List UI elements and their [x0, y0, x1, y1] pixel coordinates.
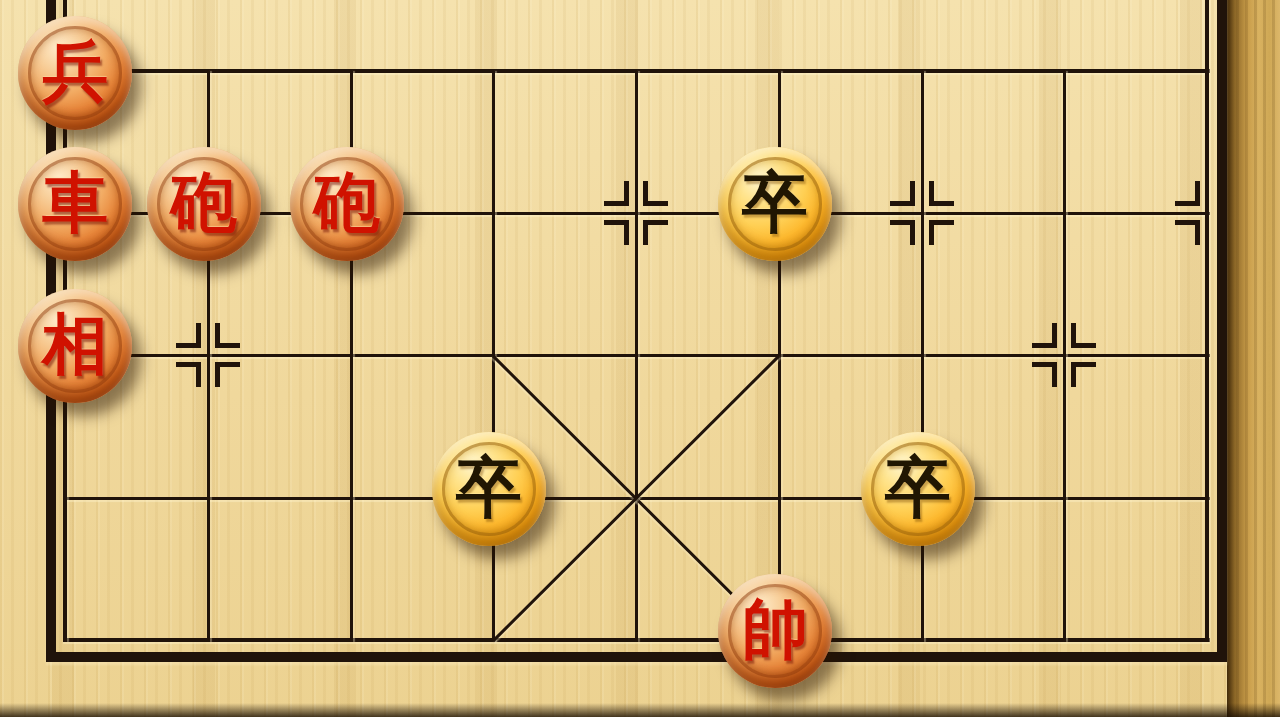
star-point-marker: [1032, 362, 1057, 367]
star-point-marker: [215, 362, 240, 367]
piece-glyph: 卒: [456, 455, 522, 521]
piece-glyph: 車: [42, 170, 108, 236]
star-point-marker: [604, 201, 629, 206]
star-point-marker: [176, 362, 201, 367]
star-point-marker: [643, 220, 668, 225]
star-point-marker: [1071, 362, 1096, 367]
piece-black-soldier-b[interactable]: 卒: [432, 432, 546, 546]
star-point-marker: [604, 220, 629, 225]
piece-black-soldier-c[interactable]: 卒: [861, 432, 975, 546]
xiangqi-board[interactable]: 兵車砲砲卒相卒卒帥: [0, 0, 1280, 717]
piece-red-elephant[interactable]: 相: [18, 289, 132, 403]
grid-line: [1063, 71, 1066, 642]
piece-glyph: 兵: [42, 39, 108, 105]
board-right-edge: [1227, 0, 1280, 717]
star-point-marker: [890, 220, 915, 225]
star-point-marker: [1032, 343, 1057, 348]
star-point-marker: [929, 220, 954, 225]
star-point-marker: [1175, 220, 1200, 225]
star-point-marker: [1071, 343, 1096, 348]
piece-red-chariot[interactable]: 車: [18, 147, 132, 261]
grid-line: [1205, 0, 1209, 642]
piece-glyph: 砲: [171, 170, 237, 236]
piece-glyph: 砲: [314, 170, 380, 236]
piece-glyph: 卒: [885, 455, 951, 521]
grid-line: [921, 71, 924, 642]
piece-red-general[interactable]: 帥: [718, 574, 832, 688]
star-point-marker: [1175, 201, 1200, 206]
piece-red-soldier[interactable]: 兵: [18, 16, 132, 130]
piece-glyph: 卒: [742, 170, 808, 236]
bottom-edge-shade: [0, 703, 1280, 717]
star-point-marker: [890, 201, 915, 206]
piece-black-soldier-a[interactable]: 卒: [718, 147, 832, 261]
piece-red-cannon-a[interactable]: 砲: [147, 147, 261, 261]
piece-glyph: 帥: [742, 597, 808, 663]
star-point-marker: [215, 343, 240, 348]
star-point-marker: [176, 343, 201, 348]
piece-red-cannon-b[interactable]: 砲: [290, 147, 404, 261]
piece-glyph: 相: [42, 312, 108, 378]
star-point-marker: [929, 201, 954, 206]
star-point-marker: [643, 201, 668, 206]
grid-line: [635, 71, 638, 642]
